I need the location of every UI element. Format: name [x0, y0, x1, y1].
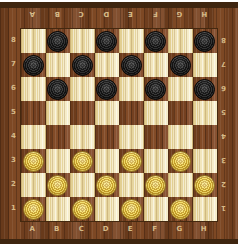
rank-label-2: 2 [7, 172, 20, 196]
rank-label-8: 8 [217, 28, 230, 52]
square-g8[interactable] [168, 29, 193, 53]
file-label-c: C [69, 222, 94, 236]
black-man-a7[interactable] [23, 55, 44, 76]
file-label-b: B [45, 7, 70, 21]
square-a8[interactable] [21, 29, 46, 53]
square-d3[interactable] [95, 149, 120, 173]
square-c2[interactable] [70, 173, 95, 197]
square-c1[interactable] [70, 197, 95, 221]
square-d4[interactable] [95, 125, 120, 149]
square-d5[interactable] [95, 101, 120, 125]
square-c7[interactable] [70, 53, 95, 77]
white-man-c1[interactable] [72, 199, 93, 220]
square-e7[interactable] [119, 53, 144, 77]
square-c6[interactable] [70, 77, 95, 101]
square-b5[interactable] [46, 101, 71, 125]
black-man-d8[interactable] [96, 31, 117, 52]
square-h4[interactable] [193, 125, 218, 149]
white-man-d2[interactable] [96, 175, 117, 196]
square-f3[interactable] [144, 149, 169, 173]
square-d8[interactable] [95, 29, 120, 53]
square-d1[interactable] [95, 197, 120, 221]
square-c8[interactable] [70, 29, 95, 53]
white-man-f2[interactable] [145, 175, 166, 196]
rank-label-2: 2 [217, 172, 230, 196]
rank-label-7: 7 [7, 52, 20, 76]
square-g6[interactable] [168, 77, 193, 101]
file-label-c: C [69, 7, 94, 21]
square-e6[interactable] [119, 77, 144, 101]
file-labels-bottom: ABCDEFGH [20, 222, 216, 236]
black-man-d6[interactable] [96, 79, 117, 100]
square-f2[interactable] [144, 173, 169, 197]
square-g3[interactable] [168, 149, 193, 173]
file-label-g: G [167, 7, 192, 21]
white-man-a1[interactable] [23, 199, 44, 220]
square-h3[interactable] [193, 149, 218, 173]
square-a1[interactable] [21, 197, 46, 221]
rank-label-8: 8 [7, 28, 20, 52]
square-h5[interactable] [193, 101, 218, 125]
file-label-e: E [118, 222, 143, 236]
file-label-d: D [94, 7, 119, 21]
square-f7[interactable] [144, 53, 169, 77]
square-h1[interactable] [193, 197, 218, 221]
square-b3[interactable] [46, 149, 71, 173]
square-e3[interactable] [119, 149, 144, 173]
square-a5[interactable] [21, 101, 46, 125]
square-f4[interactable] [144, 125, 169, 149]
square-a2[interactable] [21, 173, 46, 197]
white-man-e3[interactable] [121, 151, 142, 172]
black-man-h6[interactable] [194, 79, 215, 100]
square-g5[interactable] [168, 101, 193, 125]
file-label-a: A [20, 7, 45, 21]
black-man-g7[interactable] [170, 55, 191, 76]
rank-labels-left: 87654321 [7, 28, 20, 220]
square-h7[interactable] [193, 53, 218, 77]
rank-label-1: 1 [217, 196, 230, 220]
file-label-h: H [192, 7, 217, 21]
black-man-b8[interactable] [47, 31, 68, 52]
square-d7[interactable] [95, 53, 120, 77]
square-c4[interactable] [70, 125, 95, 149]
white-man-c3[interactable] [72, 151, 93, 172]
file-label-f: F [143, 222, 168, 236]
square-e1[interactable] [119, 197, 144, 221]
square-c3[interactable] [70, 149, 95, 173]
rank-label-4: 4 [7, 124, 20, 148]
rank-label-5: 5 [7, 100, 20, 124]
square-a7[interactable] [21, 53, 46, 77]
square-b6[interactable] [46, 77, 71, 101]
black-man-h8[interactable] [194, 31, 215, 52]
square-g4[interactable] [168, 125, 193, 149]
white-man-g3[interactable] [170, 151, 191, 172]
file-label-d: D [94, 222, 119, 236]
file-label-b: B [45, 222, 70, 236]
black-man-b6[interactable] [47, 79, 68, 100]
black-man-f6[interactable] [145, 79, 166, 100]
black-man-f8[interactable] [145, 31, 166, 52]
board-grid [20, 28, 218, 222]
bottom-edge-band [0, 239, 238, 244]
square-f8[interactable] [144, 29, 169, 53]
black-man-c7[interactable] [72, 55, 93, 76]
square-a4[interactable] [21, 125, 46, 149]
square-c5[interactable] [70, 101, 95, 125]
rank-label-1: 1 [7, 196, 20, 220]
square-e8[interactable] [119, 29, 144, 53]
square-b2[interactable] [46, 173, 71, 197]
file-label-f: F [143, 7, 168, 21]
square-d6[interactable] [95, 77, 120, 101]
square-b4[interactable] [46, 125, 71, 149]
rank-label-3: 3 [7, 148, 20, 172]
square-f5[interactable] [144, 101, 169, 125]
square-g2[interactable] [168, 173, 193, 197]
square-b7[interactable] [46, 53, 71, 77]
square-e5[interactable] [119, 101, 144, 125]
white-man-h2[interactable] [194, 175, 215, 196]
file-labels-top: ABCDEFGH [20, 7, 216, 21]
rank-label-6: 6 [217, 76, 230, 100]
white-man-b2[interactable] [47, 175, 68, 196]
rank-label-3: 3 [217, 148, 230, 172]
rank-label-7: 7 [217, 52, 230, 76]
square-e2[interactable] [119, 173, 144, 197]
square-e4[interactable] [119, 125, 144, 149]
rank-label-6: 6 [7, 76, 20, 100]
square-b8[interactable] [46, 29, 71, 53]
square-a6[interactable] [21, 77, 46, 101]
white-man-e1[interactable] [121, 199, 142, 220]
file-label-h: H [192, 222, 217, 236]
rank-label-4: 4 [217, 124, 230, 148]
square-f1[interactable] [144, 197, 169, 221]
square-g1[interactable] [168, 197, 193, 221]
white-man-g1[interactable] [170, 199, 191, 220]
file-label-g: G [167, 222, 192, 236]
white-man-a3[interactable] [23, 151, 44, 172]
rank-label-5: 5 [217, 100, 230, 124]
file-label-e: E [118, 7, 143, 21]
square-a3[interactable] [21, 149, 46, 173]
square-h6[interactable] [193, 77, 218, 101]
square-b1[interactable] [46, 197, 71, 221]
rank-labels-right: 87654321 [217, 28, 230, 220]
black-man-e7[interactable] [121, 55, 142, 76]
file-label-a: A [20, 222, 45, 236]
checkers-board-illustration: ABCDEFGH 87654321 87654321 ABCDEFGH [0, 0, 238, 250]
square-f6[interactable] [144, 77, 169, 101]
square-g7[interactable] [168, 53, 193, 77]
square-d2[interactable] [95, 173, 120, 197]
square-h8[interactable] [193, 29, 218, 53]
square-h2[interactable] [193, 173, 218, 197]
